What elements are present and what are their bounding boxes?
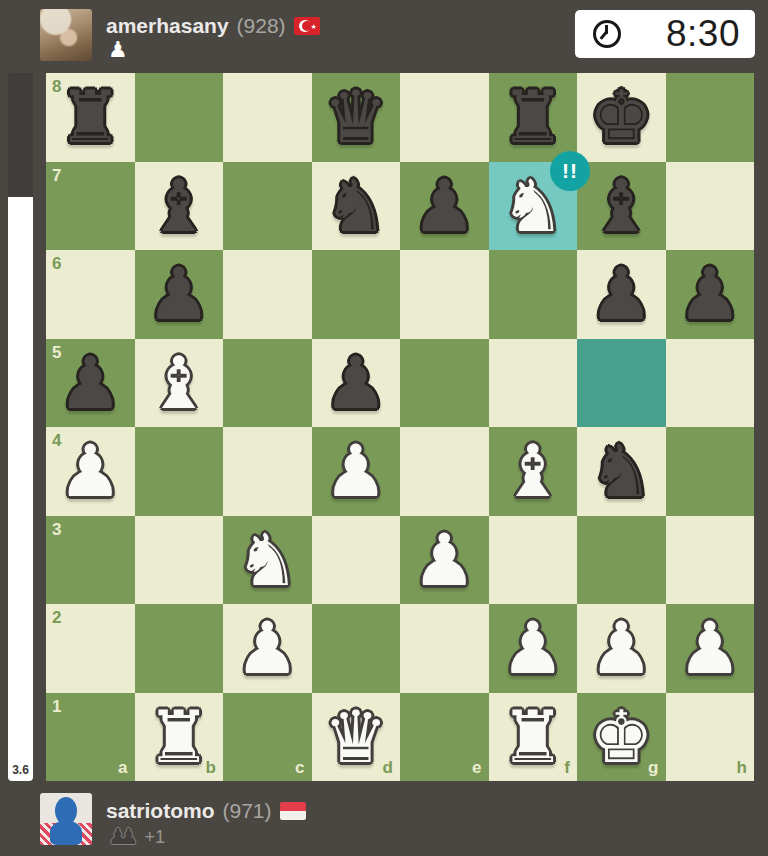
square-g6[interactable]: ♟ [577, 250, 666, 339]
square-f3[interactable] [489, 516, 578, 605]
rank-label-7: 7 [52, 166, 61, 186]
white-king-g1[interactable]: ♚ [577, 693, 666, 782]
square-e1[interactable]: e [400, 693, 489, 782]
square-d6[interactable] [312, 250, 401, 339]
square-d1[interactable]: d♛ [312, 693, 401, 782]
square-f5[interactable] [489, 339, 578, 428]
square-c8[interactable] [223, 73, 312, 162]
square-h4[interactable] [666, 427, 755, 516]
black-pawn-g6[interactable]: ♟ [577, 250, 666, 339]
white-rook-f1[interactable]: ♜ [489, 693, 578, 782]
white-pawn-f2[interactable]: ♟ [489, 604, 578, 693]
bottom-player-avatar[interactable] [40, 793, 92, 845]
bottom-player-name-row[interactable]: satriotomo (971) [106, 799, 306, 823]
white-rook-b1[interactable]: ♜ [135, 693, 224, 782]
top-captured-pieces: ♟ [108, 38, 128, 62]
square-g5[interactable] [577, 339, 666, 428]
top-player-avatar[interactable] [40, 9, 92, 61]
square-g2[interactable]: ♟ [577, 604, 666, 693]
evaluation-bar-white-section: 3.6 [8, 197, 33, 781]
file-label-e: e [472, 758, 481, 778]
square-f1[interactable]: f♜ [489, 693, 578, 782]
brilliant-move-badge: !! [550, 151, 590, 191]
square-g4[interactable]: ♞ [577, 427, 666, 516]
square-g7[interactable]: ♝ [577, 162, 666, 251]
square-d7[interactable]: ♞ [312, 162, 401, 251]
chess-board[interactable]: 8♜♛♜♚7♝♞♟♞♝6♟♟♟5♟♝♟4♟♟♝♞3♞♟2♟♟♟♟1ab♜cd♛e… [46, 73, 754, 781]
square-e3[interactable]: ♟ [400, 516, 489, 605]
square-b3[interactable] [135, 516, 224, 605]
square-h3[interactable] [666, 516, 755, 605]
white-pawn-g2[interactable]: ♟ [577, 604, 666, 693]
black-queen-d8[interactable]: ♛ [312, 73, 401, 162]
white-pawn-c2[interactable]: ♟ [223, 604, 312, 693]
square-e6[interactable] [400, 250, 489, 339]
square-a2[interactable]: 2 [46, 604, 135, 693]
black-pawn-d5[interactable]: ♟ [312, 339, 401, 428]
square-a4[interactable]: 4♟ [46, 427, 135, 516]
top-player-clock: 8:30 [575, 10, 755, 58]
top-player-name: amerhasany [106, 14, 229, 38]
top-clock-time: 8:30 [621, 13, 755, 55]
square-c1[interactable]: c [223, 693, 312, 782]
rank-label-6: 6 [52, 254, 61, 274]
top-player-rating: (928) [237, 14, 286, 38]
square-a6[interactable]: 6 [46, 250, 135, 339]
square-g3[interactable] [577, 516, 666, 605]
bottom-avatar-silhouette [40, 793, 92, 845]
black-rook-f8[interactable]: ♜ [489, 73, 578, 162]
square-f2[interactable]: ♟ [489, 604, 578, 693]
square-d8[interactable]: ♛ [312, 73, 401, 162]
square-b8[interactable] [135, 73, 224, 162]
square-a1[interactable]: 1a [46, 693, 135, 782]
rank-label-1: 1 [52, 697, 61, 717]
white-pawn-h2[interactable]: ♟ [666, 604, 755, 693]
file-label-c: c [295, 758, 304, 778]
white-pawn-e3[interactable]: ♟ [400, 516, 489, 605]
square-d2[interactable] [312, 604, 401, 693]
black-rook-a8[interactable]: ♜ [46, 73, 135, 162]
black-bishop-b7[interactable]: ♝ [135, 162, 224, 251]
turkey-flag-icon: ★ [294, 17, 320, 35]
square-f4[interactable]: ♝ [489, 427, 578, 516]
square-a7[interactable]: 7 [46, 162, 135, 251]
square-h1[interactable]: h [666, 693, 755, 782]
black-knight-d7[interactable]: ♞ [312, 162, 401, 251]
square-b5[interactable]: ♝ [135, 339, 224, 428]
square-e7[interactable]: ♟ [400, 162, 489, 251]
square-c7[interactable] [223, 162, 312, 251]
file-label-h: h [737, 758, 747, 778]
square-f6[interactable] [489, 250, 578, 339]
square-g1[interactable]: g♚ [577, 693, 666, 782]
captured-black-pawns-icon: ♟♟ [108, 825, 138, 849]
bottom-player-bar: satriotomo (971) ♟♟ +1 7:14 [0, 783, 768, 856]
evaluation-bar-black-section [8, 73, 33, 197]
indonesia-flag-icon [280, 802, 306, 820]
black-pawn-e7[interactable]: ♟ [400, 162, 489, 251]
top-player-name-row[interactable]: amerhasany (928) ★ [106, 14, 320, 38]
white-bishop-b5[interactable]: ♝ [135, 339, 224, 428]
evaluation-value: 3.6 [8, 763, 33, 777]
black-bishop-g7[interactable]: ♝ [577, 162, 666, 251]
square-h2[interactable]: ♟ [666, 604, 755, 693]
white-pawn-d4[interactable]: ♟ [312, 427, 401, 516]
square-h6[interactable]: ♟ [666, 250, 755, 339]
black-king-g8[interactable]: ♚ [577, 73, 666, 162]
square-b7[interactable]: ♝ [135, 162, 224, 251]
square-c6[interactable] [223, 250, 312, 339]
black-pawn-a5[interactable]: ♟ [46, 339, 135, 428]
top-player-bar: amerhasany (928) ★ ♟ 8:30 [0, 0, 768, 73]
white-queen-d1[interactable]: ♛ [312, 693, 401, 782]
bottom-player-name: satriotomo [106, 799, 215, 823]
bottom-player-rating: (971) [223, 799, 272, 823]
square-c4[interactable] [223, 427, 312, 516]
square-d4[interactable]: ♟ [312, 427, 401, 516]
square-d5[interactable]: ♟ [312, 339, 401, 428]
square-a3[interactable]: 3 [46, 516, 135, 605]
top-avatar-photo [40, 9, 92, 61]
square-e2[interactable] [400, 604, 489, 693]
rank-label-3: 3 [52, 520, 61, 540]
black-pawn-b6[interactable]: ♟ [135, 250, 224, 339]
clock-icon [593, 20, 621, 48]
square-c3[interactable]: ♞ [223, 516, 312, 605]
captured-white-pawn-icon: ♟ [108, 38, 128, 62]
square-e8[interactable] [400, 73, 489, 162]
square-g8[interactable]: ♚ [577, 73, 666, 162]
square-b6[interactable]: ♟ [135, 250, 224, 339]
file-label-a: a [118, 758, 127, 778]
white-pawn-a4[interactable]: ♟ [46, 427, 135, 516]
square-e4[interactable] [400, 427, 489, 516]
white-bishop-f4[interactable]: ♝ [489, 427, 578, 516]
square-c2[interactable]: ♟ [223, 604, 312, 693]
square-b1[interactable]: b♜ [135, 693, 224, 782]
square-b4[interactable] [135, 427, 224, 516]
square-h5[interactable] [666, 339, 755, 428]
black-knight-g4[interactable]: ♞ [577, 427, 666, 516]
square-b2[interactable] [135, 604, 224, 693]
square-a5[interactable]: 5♟ [46, 339, 135, 428]
black-pawn-h6[interactable]: ♟ [666, 250, 755, 339]
bottom-captured-pieces: ♟♟ +1 [108, 825, 165, 849]
evaluation-bar: 3.6 [8, 73, 33, 781]
square-h7[interactable] [666, 162, 755, 251]
square-h8[interactable] [666, 73, 755, 162]
square-c5[interactable] [223, 339, 312, 428]
square-d3[interactable] [312, 516, 401, 605]
white-knight-c3[interactable]: ♞ [223, 516, 312, 605]
rank-label-2: 2 [52, 608, 61, 628]
square-a8[interactable]: 8♜ [46, 73, 135, 162]
square-f8[interactable]: ♜ [489, 73, 578, 162]
square-e5[interactable] [400, 339, 489, 428]
material-advantage: +1 [144, 827, 165, 848]
